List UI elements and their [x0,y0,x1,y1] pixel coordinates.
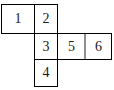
net-cell-4: 4 [34,59,58,87]
net-cell-4-label: 4 [43,66,50,80]
net-cell-5: 5 [57,33,86,60]
net-cell-1-label: 1 [15,12,22,26]
net-cell-3: 3 [34,33,58,60]
cube-net-board: 1 2 3 5 6 4 [0,0,114,90]
net-cell-2: 2 [34,4,58,34]
net-cell-1: 1 [1,4,35,34]
net-cell-5-label: 5 [68,40,75,54]
net-cell-3-label: 3 [43,40,50,54]
grey-divider-line-5-6 [84,34,86,59]
net-cell-2-label: 2 [43,12,50,26]
net-cell-6: 6 [85,33,112,60]
net-cell-6-label: 6 [95,40,102,54]
